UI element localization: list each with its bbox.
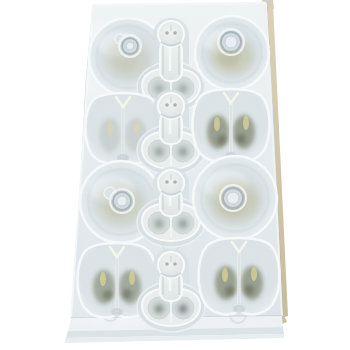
tray-cavities	[77, 16, 279, 332]
cavity-bottom-shaped-cavity-r4c3	[199, 238, 280, 314]
cavity-round-bowl-cavity-with-ring-r1c3	[195, 16, 269, 90]
cavity-round-bowl-cavity-with-ring-r3c3	[193, 156, 277, 240]
product-photo	[0, 0, 350, 350]
ice-cube-tray-photo	[0, 0, 350, 350]
cavity-bottom-shaped-cavity-r2c3	[192, 89, 269, 162]
